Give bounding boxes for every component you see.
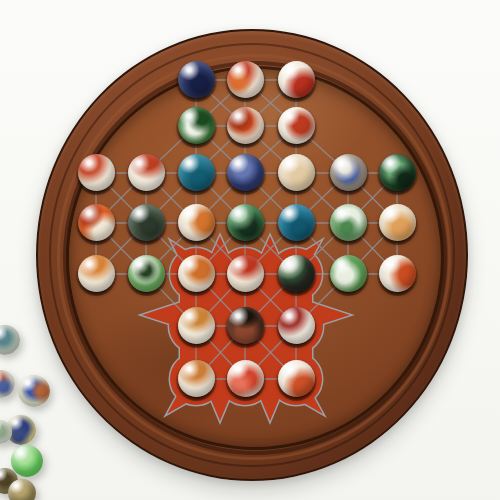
loose-marble-3[interactable]: [18, 375, 50, 407]
loose-marbles-cluster: [0, 0, 500, 500]
loose-marble-5[interactable]: [11, 445, 43, 477]
photo-background: [0, 0, 500, 500]
loose-marble-1[interactable]: [0, 325, 20, 355]
loose-marble-2[interactable]: [0, 370, 15, 398]
loose-marble-8[interactable]: [8, 479, 36, 500]
